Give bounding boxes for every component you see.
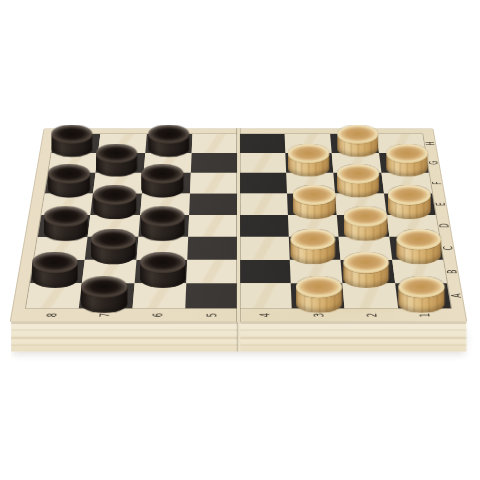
file-label-e: E <box>434 202 446 205</box>
square-a3[interactable] <box>291 284 345 309</box>
rank-label-4: 4 <box>259 313 272 317</box>
rank-label-7: 7 <box>98 313 111 317</box>
checker-light-e1[interactable] <box>388 185 431 219</box>
file-label-f: F <box>431 182 443 185</box>
piece-top <box>149 125 190 144</box>
checker-light-c1[interactable] <box>397 229 442 264</box>
square-c4[interactable] <box>239 237 290 260</box>
file-label-g: G <box>427 161 439 165</box>
piece-top <box>91 229 136 250</box>
piece-top <box>287 144 329 163</box>
piece-top <box>343 206 387 226</box>
checker-light-d2[interactable] <box>343 206 387 241</box>
square-f6[interactable] <box>142 173 191 194</box>
product-photo: 87654321HGFEDCBA <box>0 0 480 480</box>
piece-top <box>96 144 138 163</box>
rank-label-5: 5 <box>205 313 218 317</box>
board-frame: 87654321HGFEDCBA <box>10 128 468 322</box>
square-c7[interactable] <box>85 237 138 260</box>
square-f4[interactable] <box>239 173 287 194</box>
square-g1[interactable] <box>379 153 429 173</box>
checker-light-a3[interactable] <box>295 276 341 313</box>
piece-top <box>295 276 341 298</box>
square-h8[interactable] <box>52 134 101 153</box>
checker-dark-d6[interactable] <box>141 206 185 241</box>
square-h5[interactable] <box>192 134 239 153</box>
checker-light-h2[interactable] <box>337 125 378 157</box>
checker-dark-b6[interactable] <box>140 252 186 288</box>
checker-dark-b8[interactable] <box>32 252 78 288</box>
checker-dark-f6[interactable] <box>142 164 184 197</box>
piece-top <box>290 229 335 250</box>
square-g3[interactable] <box>285 153 333 173</box>
checker-dark-e7[interactable] <box>93 185 136 219</box>
rank-label-6: 6 <box>152 313 165 317</box>
checker-light-c3[interactable] <box>290 229 335 264</box>
piece-top <box>292 185 335 205</box>
board: 87654321HGFEDCBA <box>10 128 468 322</box>
square-h6[interactable] <box>145 134 193 153</box>
file-label-a: A <box>449 294 463 298</box>
front-hinge-seam <box>237 322 240 351</box>
piece-top <box>337 125 378 144</box>
square-c5[interactable] <box>187 237 238 260</box>
square-g5[interactable] <box>191 153 239 173</box>
square-d8[interactable] <box>38 215 91 237</box>
checker-light-e3[interactable] <box>292 185 335 219</box>
piece-top <box>47 164 89 184</box>
checker-dark-g7[interactable] <box>96 144 138 177</box>
piece-top <box>388 185 431 205</box>
square-f2[interactable] <box>334 173 384 194</box>
square-d2[interactable] <box>337 215 389 237</box>
square-e1[interactable] <box>384 193 436 214</box>
square-e5[interactable] <box>189 193 238 214</box>
piece-top <box>397 229 442 250</box>
checker-dark-a7[interactable] <box>81 276 127 313</box>
checker-light-b2[interactable] <box>343 252 389 288</box>
square-c3[interactable] <box>289 237 341 260</box>
square-b6[interactable] <box>134 260 187 284</box>
piece-top <box>337 164 379 184</box>
square-a7[interactable] <box>79 284 134 309</box>
square-h2[interactable] <box>330 134 378 153</box>
square-d4[interactable] <box>239 215 289 237</box>
checker-dark-h8[interactable] <box>51 125 92 157</box>
board-front-edge <box>11 322 466 351</box>
piece-top <box>81 276 127 298</box>
rank-label-3: 3 <box>312 313 325 317</box>
file-label-b: B <box>445 269 458 273</box>
piece-top <box>399 276 445 298</box>
checker-dark-h6[interactable] <box>149 125 190 157</box>
piece-top <box>142 164 184 184</box>
board-hinge-seam <box>236 128 241 322</box>
checker-light-f2[interactable] <box>337 164 379 197</box>
checker-dark-f8[interactable] <box>47 164 89 197</box>
square-b5[interactable] <box>186 260 238 284</box>
rank-label-8: 8 <box>45 313 59 317</box>
rank-label-2: 2 <box>365 313 378 317</box>
square-b2[interactable] <box>341 260 395 284</box>
piece-top <box>93 185 136 205</box>
file-label-h: H <box>424 142 436 146</box>
square-a4[interactable] <box>239 284 292 309</box>
checker-dark-d8[interactable] <box>43 206 87 241</box>
square-h4[interactable] <box>239 134 286 153</box>
square-b8[interactable] <box>30 260 85 284</box>
piece-top <box>43 206 87 226</box>
file-label-c: C <box>441 246 454 250</box>
rank-label-1: 1 <box>419 313 433 317</box>
checker-light-g3[interactable] <box>287 144 329 177</box>
square-e7[interactable] <box>91 193 142 214</box>
square-f8[interactable] <box>45 173 96 194</box>
file-label-d: D <box>437 224 450 228</box>
square-d6[interactable] <box>138 215 189 237</box>
square-c1[interactable] <box>389 237 443 260</box>
square-a1[interactable] <box>395 284 451 309</box>
checker-dark-c7[interactable] <box>91 229 136 264</box>
piece-top <box>32 252 78 273</box>
scene: 87654321HGFEDCBA <box>0 0 480 480</box>
checker-light-g1[interactable] <box>387 144 429 177</box>
square-a5[interactable] <box>185 284 238 309</box>
piece-top <box>51 125 92 144</box>
square-d5[interactable] <box>188 215 238 237</box>
square-b4[interactable] <box>239 260 291 284</box>
square-e3[interactable] <box>287 193 337 214</box>
checker-light-a1[interactable] <box>399 276 445 313</box>
square-g7[interactable] <box>96 153 145 173</box>
square-f5[interactable] <box>190 173 238 194</box>
square-g4[interactable] <box>239 153 287 173</box>
square-e4[interactable] <box>239 193 288 214</box>
